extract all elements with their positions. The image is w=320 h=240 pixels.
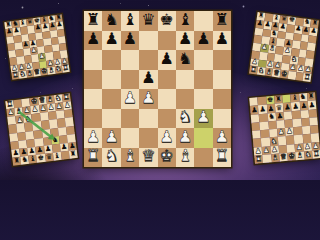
piece-black-pawn: ♟ xyxy=(178,32,192,48)
square-b1: ♞ xyxy=(102,148,120,168)
square-a7: ♟ xyxy=(250,106,259,115)
piece-white-pawn: ♟ xyxy=(196,110,210,126)
piece-black-pawn: ♟ xyxy=(123,32,137,48)
piece-black-pawn: ♟ xyxy=(86,32,100,48)
square-e8: ♚ xyxy=(36,154,45,163)
piece-black-pawn: ♟ xyxy=(56,21,63,29)
piece-white-pawn: ♟ xyxy=(297,65,304,73)
piece-black-pawn: ♟ xyxy=(292,102,299,110)
piece-black-pawn: ♟ xyxy=(276,112,283,120)
piece-white-bishop: ♝ xyxy=(178,149,192,165)
piece-black-pawn: ♟ xyxy=(259,105,266,113)
piece-black-knight: ♞ xyxy=(178,51,192,67)
square-e5 xyxy=(158,70,176,90)
piece-black-rook: ♜ xyxy=(86,12,100,28)
square-g6 xyxy=(194,50,212,70)
square-a2: ♟ xyxy=(84,128,102,148)
square-c7: ♟ xyxy=(121,31,139,51)
piece-white-pawn: ♟ xyxy=(261,44,268,52)
square-g1: ♞ xyxy=(304,150,313,159)
piece-white-pawn: ♟ xyxy=(7,108,14,116)
square-h6 xyxy=(213,50,231,70)
square-g1 xyxy=(194,148,212,168)
piece-white-king: ♚ xyxy=(160,149,174,165)
square-a1: ♜ xyxy=(254,155,263,164)
piece-black-pawn: ♟ xyxy=(160,51,174,67)
square-g8 xyxy=(194,11,212,31)
square-b4 xyxy=(102,89,120,109)
square-h7: ♟ xyxy=(213,31,231,51)
square-e4 xyxy=(158,89,176,109)
piece-black-pawn: ♟ xyxy=(49,22,56,30)
piece-black-pawn: ♟ xyxy=(284,103,291,111)
square-f8: ♝ xyxy=(28,155,37,164)
square-g2 xyxy=(194,128,212,148)
square-e4: ♟ xyxy=(285,127,294,136)
board-grid: ♜♞♝♛♚♝♞♜♟♟♟♟♟♟♟♟♟♟♟♟♟♟♟♟♜♞♝♛♚♝♞♜ xyxy=(4,14,70,80)
piece-white-knight: ♞ xyxy=(304,151,311,159)
piece-black-queen: ♛ xyxy=(45,153,52,161)
piece-black-rook: ♜ xyxy=(13,157,20,165)
piece-white-rook: ♜ xyxy=(12,71,19,79)
piece-white-bishop: ♝ xyxy=(272,154,279,162)
square-g7: ♟ xyxy=(194,31,212,51)
main-chess-board: ♜♞♝♛♚♝♜♟♟♟♟♟♟♟♞♟♟♟♞♟♟♟♟♟♟♜♞♝♛♚♝♜ xyxy=(84,11,231,167)
square-d6 xyxy=(139,50,157,70)
square-e2: ♟ xyxy=(30,105,39,114)
piece-white-pawn: ♟ xyxy=(123,90,137,106)
square-h3 xyxy=(213,109,231,129)
piece-black-pawn: ♟ xyxy=(60,143,67,151)
piece-white-pawn: ♟ xyxy=(63,101,70,109)
piece-white-pawn: ♟ xyxy=(104,129,118,145)
square-c6 xyxy=(121,50,139,70)
square-h1: ♜ xyxy=(303,73,312,82)
piece-black-pawn: ♟ xyxy=(295,25,302,33)
piece-black-bishop: ♝ xyxy=(19,19,26,27)
piece-white-pawn: ♟ xyxy=(284,47,291,55)
square-g7: ♟ xyxy=(299,101,308,110)
mini-chess-board-bottom-right: ♚♜♝♞♜♟♟♟♛♟♟♟♟♞♟♟♟♞♟♟♟♟♟♟♜♝♛♚♝♞♜ xyxy=(249,92,320,164)
piece-white-pawn: ♟ xyxy=(178,129,192,145)
mini-chess-board-top-right: ♜♝♛♚♞♜♟♟♟♟♟♟♟♞♝♟♟♝♟♞♟♟♟♟♟♟♜♞♝♛♚♜ xyxy=(249,12,319,82)
square-c8: ♝ xyxy=(53,152,62,161)
square-h7: ♟ xyxy=(307,100,316,109)
piece-white-pawn: ♟ xyxy=(31,105,38,113)
thumbnail-scene: ♜♞♝♛♚♝♞♜♟♟♟♟♟♟♟♟♟♟♟♟♟♟♟♟♜♞♝♛♚♝♞♜ ♜♝♛♚♞♜♟… xyxy=(0,0,320,180)
piece-white-bishop: ♝ xyxy=(26,69,33,77)
piece-black-knight: ♞ xyxy=(51,136,58,144)
piece-black-pawn: ♟ xyxy=(215,32,229,48)
square-g5 xyxy=(194,70,212,90)
square-c6: ♞ xyxy=(51,136,60,145)
square-e6: ♟ xyxy=(158,50,176,70)
square-c1: ♝ xyxy=(271,153,280,162)
square-a8: ♜ xyxy=(69,150,78,159)
piece-black-pawn: ♟ xyxy=(308,101,315,109)
piece-white-knight: ♞ xyxy=(19,70,26,78)
piece-black-bishop: ♝ xyxy=(178,12,192,28)
piece-white-pawn: ♟ xyxy=(286,127,293,135)
square-d2: ♟ xyxy=(39,104,48,113)
square-f7: ♟ xyxy=(291,102,300,111)
square-a2: ♟ xyxy=(63,101,72,110)
piece-black-bishop: ♝ xyxy=(53,152,60,160)
piece-white-rook: ♜ xyxy=(250,66,257,74)
piece-white-bishop: ♝ xyxy=(296,151,303,159)
square-h1: ♜ xyxy=(213,148,231,168)
square-b2: ♟ xyxy=(102,128,120,148)
piece-black-king: ♚ xyxy=(288,16,295,24)
piece-white-knight: ♞ xyxy=(178,110,192,126)
piece-white-pawn: ♟ xyxy=(55,102,62,110)
piece-black-pawn: ♟ xyxy=(104,32,118,48)
piece-black-pawn: ♟ xyxy=(302,26,309,34)
square-f1: ♝ xyxy=(176,148,194,168)
square-h1: ♜ xyxy=(312,150,320,159)
square-f8: ♝ xyxy=(176,11,194,31)
piece-black-rook: ♜ xyxy=(69,150,76,158)
piece-white-pawn: ♟ xyxy=(47,103,54,111)
piece-white-knight: ♞ xyxy=(55,65,62,73)
square-f7: ♟ xyxy=(176,31,194,51)
square-f5 xyxy=(176,70,194,90)
piece-white-pawn: ♟ xyxy=(16,116,23,124)
piece-white-rook: ♜ xyxy=(304,73,311,81)
square-b3 xyxy=(102,109,120,129)
piece-black-pawn: ♟ xyxy=(42,23,49,31)
piece-white-rook: ♜ xyxy=(86,149,100,165)
square-d4: ♟ xyxy=(139,89,157,109)
square-g4 xyxy=(194,89,212,109)
square-a5 xyxy=(84,70,102,90)
square-b8: ♞ xyxy=(102,11,120,31)
mini-chess-board-bottom-left: ♜♚♛♝♞♜♟♝♟♟♟♟♟♟♟♞♞♟♟♟♟♟♟♟♜♞♝♚♛♝♜ xyxy=(5,93,77,165)
piece-white-bishop: ♝ xyxy=(48,66,55,74)
piece-black-bishop: ♝ xyxy=(123,12,137,28)
piece-black-knight: ♞ xyxy=(104,12,118,28)
square-e3 xyxy=(158,109,176,129)
piece-white-king: ♚ xyxy=(288,152,295,160)
piece-white-rook: ♜ xyxy=(215,149,229,165)
square-f6: ♞ xyxy=(176,50,194,70)
piece-white-pawn: ♟ xyxy=(30,47,37,55)
square-a1: ♜ xyxy=(84,148,102,168)
piece-black-knight: ♞ xyxy=(268,112,275,120)
square-f3: ♞ xyxy=(23,114,32,123)
piece-white-queen: ♛ xyxy=(280,153,287,161)
piece-white-rook: ♜ xyxy=(62,64,69,72)
mini-chess-board-top-left: ♜♞♝♛♚♝♞♜♟♟♟♟♟♟♟♟♟♟♟♟♟♟♟♟♜♞♝♛♚♝♞♜ xyxy=(4,14,70,80)
piece-white-pawn: ♟ xyxy=(215,129,229,145)
star-speckles xyxy=(0,0,1,1)
square-d1: ♛ xyxy=(139,148,157,168)
square-e1: ♚ xyxy=(287,152,296,161)
square-h4 xyxy=(213,89,231,109)
square-c8: ♝ xyxy=(121,11,139,31)
piece-black-queen: ♛ xyxy=(141,12,155,28)
piece-white-knight: ♞ xyxy=(104,149,118,165)
piece-white-rook: ♜ xyxy=(255,155,262,163)
square-c2: ♟ xyxy=(47,103,56,112)
square-e2: ♟ xyxy=(158,128,176,148)
board-grid: ♚♜♝♞♜♟♟♟♛♟♟♟♟♞♟♟♟♞♟♟♟♟♟♟♜♝♛♚♝♞♜ xyxy=(249,92,320,164)
piece-black-pawn: ♟ xyxy=(300,101,307,109)
square-b6 xyxy=(102,50,120,70)
square-c6: ♞ xyxy=(267,112,276,121)
piece-white-pawn: ♟ xyxy=(289,64,296,72)
piece-white-queen: ♛ xyxy=(273,69,280,77)
square-a6 xyxy=(84,50,102,70)
square-h2: ♟ xyxy=(6,108,15,117)
piece-white-rook: ♜ xyxy=(313,150,320,158)
square-g3: ♟ xyxy=(194,109,212,129)
board-grid: ♜♞♝♛♚♝♜♟♟♟♟♟♟♟♞♟♟♟♞♟♟♟♟♟♟♜♞♝♛♚♝♜ xyxy=(84,11,231,167)
piece-black-king: ♚ xyxy=(37,154,44,162)
piece-white-pawn: ♟ xyxy=(141,90,155,106)
piece-black-knight: ♞ xyxy=(21,156,28,164)
piece-white-pawn: ♟ xyxy=(160,129,174,145)
square-e8: ♚ xyxy=(158,11,176,31)
piece-white-pawn: ♟ xyxy=(278,128,285,136)
square-b7: ♟ xyxy=(102,31,120,51)
piece-black-queen: ♛ xyxy=(26,18,33,26)
piece-black-pawn: ♟ xyxy=(141,71,155,87)
piece-white-bishop: ♝ xyxy=(268,45,275,53)
square-d8: ♛ xyxy=(139,11,157,31)
square-c1: ♝ xyxy=(121,148,139,168)
square-a8: ♜ xyxy=(84,11,102,31)
piece-white-king: ♚ xyxy=(281,70,288,78)
square-d4: ♟ xyxy=(277,128,286,137)
square-b5 xyxy=(102,70,120,90)
piece-white-pawn: ♟ xyxy=(263,146,270,154)
piece-black-pawn: ♟ xyxy=(22,41,29,49)
square-e1: ♚ xyxy=(158,148,176,168)
square-f3: ♞ xyxy=(176,109,194,129)
piece-black-king: ♚ xyxy=(160,12,174,28)
square-d5: ♟ xyxy=(139,70,157,90)
piece-white-bishop: ♝ xyxy=(265,68,272,76)
piece-white-pawn: ♟ xyxy=(39,104,46,112)
piece-white-queen: ♛ xyxy=(141,149,155,165)
square-a3 xyxy=(84,109,102,129)
square-h5 xyxy=(213,70,231,90)
piece-black-bishop: ♝ xyxy=(29,155,36,163)
square-a4 xyxy=(84,89,102,109)
square-d6: ♟ xyxy=(275,112,284,121)
square-h8: ♜ xyxy=(213,11,231,31)
piece-black-pawn: ♟ xyxy=(264,21,271,29)
board-grid: ♜♝♛♚♞♜♟♟♟♟♟♟♟♞♝♟♟♝♟♞♟♟♟♟♟♟♜♞♝♛♚♜ xyxy=(249,12,319,82)
square-c2 xyxy=(121,128,139,148)
square-c3 xyxy=(121,109,139,129)
square-f1: ♝ xyxy=(295,151,304,160)
square-f4 xyxy=(176,89,194,109)
piece-black-pawn: ♟ xyxy=(6,28,13,36)
square-e7: ♟ xyxy=(283,103,292,112)
piece-white-knight: ♞ xyxy=(24,115,31,123)
piece-black-pawn: ♟ xyxy=(256,20,263,28)
square-h8: ♜ xyxy=(12,157,21,166)
piece-black-rook: ♜ xyxy=(215,12,229,28)
square-b7: ♟ xyxy=(60,143,69,152)
square-a7: ♟ xyxy=(84,31,102,51)
piece-black-pawn: ♟ xyxy=(34,24,41,32)
piece-black-pawn: ♟ xyxy=(13,27,20,35)
piece-black-pawn: ♟ xyxy=(251,106,258,114)
square-b7: ♟ xyxy=(258,105,267,114)
piece-black-pawn: ♟ xyxy=(279,23,286,31)
piece-white-king: ♚ xyxy=(40,67,47,75)
square-g3: ♟ xyxy=(15,115,24,124)
board-grid: ♜♚♛♝♞♜♟♝♟♟♟♟♟♟♟♞♞♟♟♟♟♟♟♟♜♞♝♚♛♝♜ xyxy=(5,93,77,165)
square-b2: ♟ xyxy=(55,102,64,111)
square-f2: ♟ xyxy=(176,128,194,148)
square-g8: ♞ xyxy=(20,156,29,165)
piece-white-knight: ♞ xyxy=(257,67,264,75)
square-c5 xyxy=(121,70,139,90)
square-h2: ♟ xyxy=(213,128,231,148)
piece-white-pawn: ♟ xyxy=(38,53,45,61)
piece-white-queen: ♛ xyxy=(33,68,40,76)
square-c4: ♟ xyxy=(121,89,139,109)
square-d7 xyxy=(139,31,157,51)
piece-black-pawn: ♟ xyxy=(196,32,210,48)
square-d3 xyxy=(139,109,157,129)
square-b2: ♟ xyxy=(262,146,271,155)
square-d1: ♛ xyxy=(279,153,288,162)
square-d2 xyxy=(139,128,157,148)
square-d8: ♛ xyxy=(44,153,53,162)
piece-white-bishop: ♝ xyxy=(123,149,137,165)
square-h1: ♜ xyxy=(62,65,70,73)
piece-white-pawn: ♟ xyxy=(86,129,100,145)
piece-black-pawn: ♟ xyxy=(310,27,317,35)
square-e7 xyxy=(158,31,176,51)
